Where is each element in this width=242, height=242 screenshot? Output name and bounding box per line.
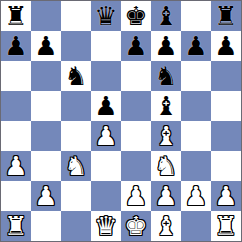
square-b1[interactable] — [31, 211, 61, 241]
black-rook: ♜ — [4, 3, 27, 29]
square-d2[interactable] — [91, 181, 121, 211]
square-a8[interactable]: ♜ — [1, 1, 31, 31]
square-d7[interactable] — [91, 31, 121, 61]
square-h7[interactable]: ♟ — [211, 31, 241, 61]
square-g4[interactable] — [181, 121, 211, 151]
square-h5[interactable] — [211, 91, 241, 121]
square-c8[interactable] — [61, 1, 91, 31]
square-h1[interactable]: ♜ — [211, 211, 241, 241]
square-e6[interactable] — [121, 61, 151, 91]
black-pawn: ♟ — [4, 33, 27, 59]
square-g6[interactable] — [181, 61, 211, 91]
white-rook: ♜ — [4, 213, 27, 239]
square-a2[interactable] — [1, 181, 31, 211]
square-f2[interactable]: ♟ — [151, 181, 181, 211]
square-c7[interactable] — [61, 31, 91, 61]
white-pawn: ♟ — [184, 183, 207, 209]
square-e3[interactable] — [121, 151, 151, 181]
square-e1[interactable]: ♚ — [121, 211, 151, 241]
square-d3[interactable] — [91, 151, 121, 181]
square-f3[interactable]: ♞ — [151, 151, 181, 181]
square-e2[interactable]: ♟ — [121, 181, 151, 211]
square-g5[interactable] — [181, 91, 211, 121]
black-pawn: ♟ — [214, 33, 237, 59]
square-a1[interactable]: ♜ — [1, 211, 31, 241]
square-g3[interactable] — [181, 151, 211, 181]
square-d1[interactable]: ♛ — [91, 211, 121, 241]
square-g2[interactable]: ♟ — [181, 181, 211, 211]
black-king: ♚ — [124, 3, 147, 29]
square-e4[interactable] — [121, 121, 151, 151]
square-c1[interactable] — [61, 211, 91, 241]
square-a7[interactable]: ♟ — [1, 31, 31, 61]
white-queen: ♛ — [94, 213, 117, 239]
square-a3[interactable]: ♟ — [1, 151, 31, 181]
square-d4[interactable]: ♟ — [91, 121, 121, 151]
white-knight: ♞ — [154, 153, 177, 179]
square-c5[interactable] — [61, 91, 91, 121]
square-f4[interactable]: ♝ — [151, 121, 181, 151]
square-b2[interactable]: ♟ — [31, 181, 61, 211]
square-c4[interactable] — [61, 121, 91, 151]
white-bishop: ♝ — [154, 213, 177, 239]
black-queen: ♛ — [94, 3, 117, 29]
square-d5[interactable]: ♟ — [91, 91, 121, 121]
square-e7[interactable]: ♟ — [121, 31, 151, 61]
square-h3[interactable] — [211, 151, 241, 181]
square-h8[interactable]: ♜ — [211, 1, 241, 31]
square-e5[interactable] — [121, 91, 151, 121]
white-bishop: ♝ — [154, 123, 177, 149]
black-pawn: ♟ — [184, 33, 207, 59]
square-a5[interactable] — [1, 91, 31, 121]
square-b7[interactable]: ♟ — [31, 31, 61, 61]
square-a6[interactable] — [1, 61, 31, 91]
square-b6[interactable] — [31, 61, 61, 91]
black-rook: ♜ — [214, 3, 237, 29]
chess-board: ♜♛♚♝♜♟♟♟♟♟♟♞♞♟♝♟♝♟♞♞♟♟♟♟♟♜♛♚♝♜ — [0, 0, 242, 242]
black-pawn: ♟ — [34, 33, 57, 59]
white-pawn: ♟ — [94, 123, 117, 149]
square-c6[interactable]: ♞ — [61, 61, 91, 91]
square-c2[interactable] — [61, 181, 91, 211]
white-pawn: ♟ — [4, 153, 27, 179]
square-f1[interactable]: ♝ — [151, 211, 181, 241]
square-b5[interactable] — [31, 91, 61, 121]
black-knight: ♞ — [154, 63, 177, 89]
square-b8[interactable] — [31, 1, 61, 31]
square-g7[interactable]: ♟ — [181, 31, 211, 61]
square-a4[interactable] — [1, 121, 31, 151]
square-b3[interactable] — [31, 151, 61, 181]
black-bishop: ♝ — [154, 93, 177, 119]
square-c3[interactable]: ♞ — [61, 151, 91, 181]
square-f5[interactable]: ♝ — [151, 91, 181, 121]
square-h4[interactable] — [211, 121, 241, 151]
white-pawn: ♟ — [124, 183, 147, 209]
square-g1[interactable] — [181, 211, 211, 241]
square-f7[interactable]: ♟ — [151, 31, 181, 61]
black-pawn: ♟ — [154, 33, 177, 59]
white-pawn: ♟ — [214, 183, 237, 209]
square-h6[interactable] — [211, 61, 241, 91]
square-h2[interactable]: ♟ — [211, 181, 241, 211]
square-f8[interactable]: ♝ — [151, 1, 181, 31]
white-knight: ♞ — [64, 153, 87, 179]
square-f6[interactable]: ♞ — [151, 61, 181, 91]
black-pawn: ♟ — [94, 93, 117, 119]
square-d8[interactable]: ♛ — [91, 1, 121, 31]
black-pawn: ♟ — [124, 33, 147, 59]
white-king: ♚ — [124, 213, 147, 239]
square-e8[interactable]: ♚ — [121, 1, 151, 31]
white-pawn: ♟ — [34, 183, 57, 209]
square-d6[interactable] — [91, 61, 121, 91]
square-b4[interactable] — [31, 121, 61, 151]
white-pawn: ♟ — [154, 183, 177, 209]
black-bishop: ♝ — [154, 3, 177, 29]
white-rook: ♜ — [214, 213, 237, 239]
square-g8[interactable] — [181, 1, 211, 31]
black-knight: ♞ — [64, 63, 87, 89]
